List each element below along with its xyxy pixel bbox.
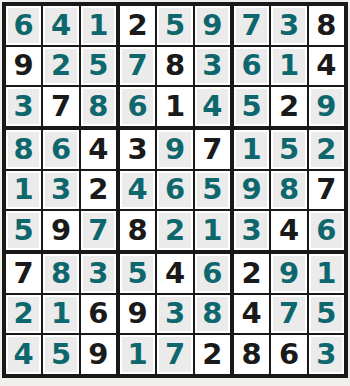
- sudoku-board: 6419253782597836147386145298641325973974…: [2, 2, 348, 378]
- cell-r6c3[interactable]: 7: [81, 211, 116, 250]
- cell-r5c7[interactable]: 9: [234, 171, 269, 210]
- cell-r5c6[interactable]: 5: [195, 171, 230, 210]
- cell-r2c3[interactable]: 5: [81, 47, 116, 86]
- cell-r3c8[interactable]: 2: [271, 87, 306, 126]
- cell-r2c9[interactable]: 4: [309, 47, 344, 86]
- cell-r1c4[interactable]: 2: [120, 6, 155, 45]
- cell-r8c1[interactable]: 2: [6, 295, 41, 334]
- cell-r1c9[interactable]: 8: [309, 6, 344, 45]
- cell-r2c8[interactable]: 1: [271, 47, 306, 86]
- cell-r9c5[interactable]: 7: [157, 335, 192, 374]
- cell-r9c7[interactable]: 8: [234, 335, 269, 374]
- cell-r6c8[interactable]: 4: [271, 211, 306, 250]
- cell-r5c9[interactable]: 7: [309, 171, 344, 210]
- cell-r5c1[interactable]: 1: [6, 171, 41, 210]
- cell-r9c6[interactable]: 2: [195, 335, 230, 374]
- cell-r1c1[interactable]: 6: [6, 6, 41, 45]
- cell-r4c4[interactable]: 3: [120, 130, 155, 169]
- cell-r3c6[interactable]: 4: [195, 87, 230, 126]
- cell-r4c2[interactable]: 6: [43, 130, 78, 169]
- cell-r3c7[interactable]: 5: [234, 87, 269, 126]
- cell-r9c8[interactable]: 6: [271, 335, 306, 374]
- cell-r8c2[interactable]: 1: [43, 295, 78, 334]
- cell-r1c3[interactable]: 1: [81, 6, 116, 45]
- cell-r1c2[interactable]: 4: [43, 6, 78, 45]
- cell-r2c1[interactable]: 9: [6, 47, 41, 86]
- cell-r1c7[interactable]: 7: [234, 6, 269, 45]
- cell-r1c8[interactable]: 3: [271, 6, 306, 45]
- cell-r7c5[interactable]: 4: [157, 254, 192, 293]
- cell-r7c1[interactable]: 7: [6, 254, 41, 293]
- cell-r2c6[interactable]: 3: [195, 47, 230, 86]
- cell-r6c2[interactable]: 9: [43, 211, 78, 250]
- cell-r4c8[interactable]: 5: [271, 130, 306, 169]
- box-2: 259783614: [120, 6, 230, 126]
- cell-r4c6[interactable]: 7: [195, 130, 230, 169]
- box-7: 783216459: [6, 254, 116, 374]
- cell-r5c2[interactable]: 3: [43, 171, 78, 210]
- cell-r5c5[interactable]: 6: [157, 171, 192, 210]
- cell-r1c6[interactable]: 9: [195, 6, 230, 45]
- cell-r3c3[interactable]: 8: [81, 87, 116, 126]
- cell-r7c2[interactable]: 8: [43, 254, 78, 293]
- cell-r5c8[interactable]: 8: [271, 171, 306, 210]
- box-5: 397465821: [120, 130, 230, 250]
- box-3: 738614529: [234, 6, 344, 126]
- cell-r6c7[interactable]: 3: [234, 211, 269, 250]
- cell-r4c5[interactable]: 9: [157, 130, 192, 169]
- cell-r3c1[interactable]: 3: [6, 87, 41, 126]
- cell-r9c2[interactable]: 5: [43, 335, 78, 374]
- cell-r7c9[interactable]: 1: [309, 254, 344, 293]
- cell-r6c4[interactable]: 8: [120, 211, 155, 250]
- cell-r4c1[interactable]: 8: [6, 130, 41, 169]
- box-1: 641925378: [6, 6, 116, 126]
- box-9: 291475863: [234, 254, 344, 374]
- cell-r7c7[interactable]: 2: [234, 254, 269, 293]
- cell-r3c5[interactable]: 1: [157, 87, 192, 126]
- cell-r3c9[interactable]: 9: [309, 87, 344, 126]
- cell-r2c7[interactable]: 6: [234, 47, 269, 86]
- cell-r6c6[interactable]: 1: [195, 211, 230, 250]
- cell-r2c4[interactable]: 7: [120, 47, 155, 86]
- box-4: 864132597: [6, 130, 116, 250]
- cell-r7c4[interactable]: 5: [120, 254, 155, 293]
- cell-r5c3[interactable]: 2: [81, 171, 116, 210]
- cell-r2c2[interactable]: 2: [43, 47, 78, 86]
- cell-r6c9[interactable]: 6: [309, 211, 344, 250]
- cell-r7c8[interactable]: 9: [271, 254, 306, 293]
- sudoku-page: 6419253782597836147386145298641325973974…: [0, 0, 350, 386]
- cell-r8c3[interactable]: 6: [81, 295, 116, 334]
- cell-r6c5[interactable]: 2: [157, 211, 192, 250]
- box-8: 546938172: [120, 254, 230, 374]
- cell-r7c3[interactable]: 3: [81, 254, 116, 293]
- cell-r4c9[interactable]: 2: [309, 130, 344, 169]
- cell-r5c4[interactable]: 4: [120, 171, 155, 210]
- cell-r9c1[interactable]: 4: [6, 335, 41, 374]
- cell-r8c8[interactable]: 7: [271, 295, 306, 334]
- cell-r2c5[interactable]: 8: [157, 47, 192, 86]
- cell-r4c7[interactable]: 1: [234, 130, 269, 169]
- cell-r6c1[interactable]: 5: [6, 211, 41, 250]
- box-6: 152987346: [234, 130, 344, 250]
- cell-r4c3[interactable]: 4: [81, 130, 116, 169]
- cell-r3c4[interactable]: 6: [120, 87, 155, 126]
- cell-r8c4[interactable]: 9: [120, 295, 155, 334]
- cell-r3c2[interactable]: 7: [43, 87, 78, 126]
- cell-r9c3[interactable]: 9: [81, 335, 116, 374]
- cell-r1c5[interactable]: 5: [157, 6, 192, 45]
- cell-r9c9[interactable]: 3: [309, 335, 344, 374]
- cell-r8c9[interactable]: 5: [309, 295, 344, 334]
- cell-r8c7[interactable]: 4: [234, 295, 269, 334]
- cell-r8c5[interactable]: 3: [157, 295, 192, 334]
- cell-r7c6[interactable]: 6: [195, 254, 230, 293]
- cell-r9c4[interactable]: 1: [120, 335, 155, 374]
- cell-r8c6[interactable]: 8: [195, 295, 230, 334]
